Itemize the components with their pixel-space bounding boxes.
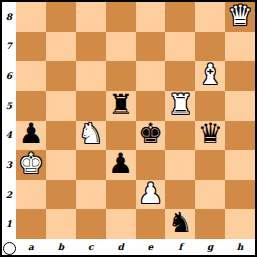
white-pawn-e2[interactable]: ♟ (138, 180, 163, 208)
white-queen-h8[interactable]: ♛ (228, 2, 253, 30)
square-b8[interactable] (46, 2, 76, 32)
square-e4[interactable]: ♚ (136, 121, 166, 151)
square-g6[interactable]: ♝ (195, 61, 225, 91)
square-d4[interactable] (106, 121, 136, 151)
square-g3[interactable] (195, 150, 225, 180)
square-c6[interactable] (76, 61, 106, 91)
square-c8[interactable] (76, 2, 106, 32)
square-h8[interactable]: ♛ (225, 2, 255, 32)
rank-labels: 87654321 (2, 2, 16, 239)
square-d1[interactable] (106, 209, 136, 239)
square-g1[interactable] (195, 209, 225, 239)
square-a4[interactable]: ♟ (16, 121, 46, 151)
chess-diagram: 87654321 ♛♝♜♜♟♞♚♛♚♟♟♞ abcdefgh (0, 0, 257, 257)
black-pawn-a4[interactable]: ♟ (18, 121, 43, 149)
square-a5[interactable] (16, 91, 46, 121)
square-f4[interactable] (165, 121, 195, 151)
square-e6[interactable] (136, 61, 166, 91)
square-e1[interactable] (136, 209, 166, 239)
file-label-c: c (76, 239, 106, 255)
square-f3[interactable] (165, 150, 195, 180)
square-g2[interactable] (195, 180, 225, 210)
square-e8[interactable] (136, 2, 166, 32)
square-d2[interactable] (106, 180, 136, 210)
square-f2[interactable] (165, 180, 195, 210)
square-d3[interactable]: ♟ (106, 150, 136, 180)
square-h1[interactable] (225, 209, 255, 239)
square-h4[interactable] (225, 121, 255, 151)
black-knight-f1[interactable]: ♞ (168, 209, 193, 237)
square-a7[interactable] (16, 32, 46, 62)
square-a3[interactable]: ♚ (16, 150, 46, 180)
square-g7[interactable] (195, 32, 225, 62)
file-label-d: d (106, 239, 136, 255)
square-b7[interactable] (46, 32, 76, 62)
chess-board: ♛♝♜♜♟♞♚♛♚♟♟♞ (16, 2, 255, 239)
square-e3[interactable] (136, 150, 166, 180)
black-queen-g4[interactable]: ♛ (198, 121, 223, 149)
rank-label-1: 1 (2, 209, 16, 239)
black-king-e4[interactable]: ♚ (138, 121, 163, 149)
white-knight-c4[interactable]: ♞ (78, 121, 103, 149)
square-f8[interactable] (165, 2, 195, 32)
square-h6[interactable] (225, 61, 255, 91)
square-e7[interactable] (136, 32, 166, 62)
square-f7[interactable] (165, 32, 195, 62)
square-f1[interactable]: ♞ (165, 209, 195, 239)
square-a6[interactable] (16, 61, 46, 91)
square-a8[interactable] (16, 2, 46, 32)
file-label-f: f (165, 239, 195, 255)
file-label-b: b (46, 239, 76, 255)
rank-label-2: 2 (2, 180, 16, 210)
square-b1[interactable] (46, 209, 76, 239)
file-label-g: g (195, 239, 225, 255)
square-d6[interactable] (106, 61, 136, 91)
square-c4[interactable]: ♞ (76, 121, 106, 151)
square-b4[interactable] (46, 121, 76, 151)
square-h3[interactable] (225, 150, 255, 180)
file-label-h: h (225, 239, 255, 255)
square-b5[interactable] (46, 91, 76, 121)
square-a1[interactable] (16, 209, 46, 239)
square-c1[interactable] (76, 209, 106, 239)
square-g8[interactable] (195, 2, 225, 32)
rank-label-6: 6 (2, 61, 16, 91)
square-c5[interactable] (76, 91, 106, 121)
rank-label-3: 3 (2, 150, 16, 180)
square-h2[interactable] (225, 180, 255, 210)
square-h7[interactable] (225, 32, 255, 62)
square-c3[interactable] (76, 150, 106, 180)
file-label-a: a (16, 239, 46, 255)
square-f6[interactable] (165, 61, 195, 91)
square-e5[interactable] (136, 91, 166, 121)
rank-label-7: 7 (2, 32, 16, 62)
rank-label-8: 8 (2, 2, 16, 32)
white-king-a3[interactable]: ♚ (18, 150, 43, 178)
square-c2[interactable] (76, 180, 106, 210)
white-bishop-g6[interactable]: ♝ (198, 61, 223, 89)
square-h5[interactable] (225, 91, 255, 121)
file-labels: abcdefgh (16, 239, 255, 255)
square-a2[interactable] (16, 180, 46, 210)
square-c7[interactable] (76, 32, 106, 62)
rank-label-4: 4 (2, 121, 16, 151)
square-b3[interactable] (46, 150, 76, 180)
square-d8[interactable] (106, 2, 136, 32)
black-pawn-d3[interactable]: ♟ (108, 150, 133, 178)
square-f5[interactable]: ♜ (165, 91, 195, 121)
black-rook-d5[interactable]: ♜ (108, 91, 133, 119)
square-e2[interactable]: ♟ (136, 180, 166, 210)
square-b2[interactable] (46, 180, 76, 210)
white-rook-f5[interactable]: ♜ (168, 91, 193, 119)
file-label-e: e (136, 239, 166, 255)
square-d7[interactable] (106, 32, 136, 62)
square-g5[interactable] (195, 91, 225, 121)
square-g4[interactable]: ♛ (195, 121, 225, 151)
square-b6[interactable] (46, 61, 76, 91)
rank-label-5: 5 (2, 91, 16, 121)
square-d5[interactable]: ♜ (106, 91, 136, 121)
white-to-move-indicator (3, 242, 16, 255)
